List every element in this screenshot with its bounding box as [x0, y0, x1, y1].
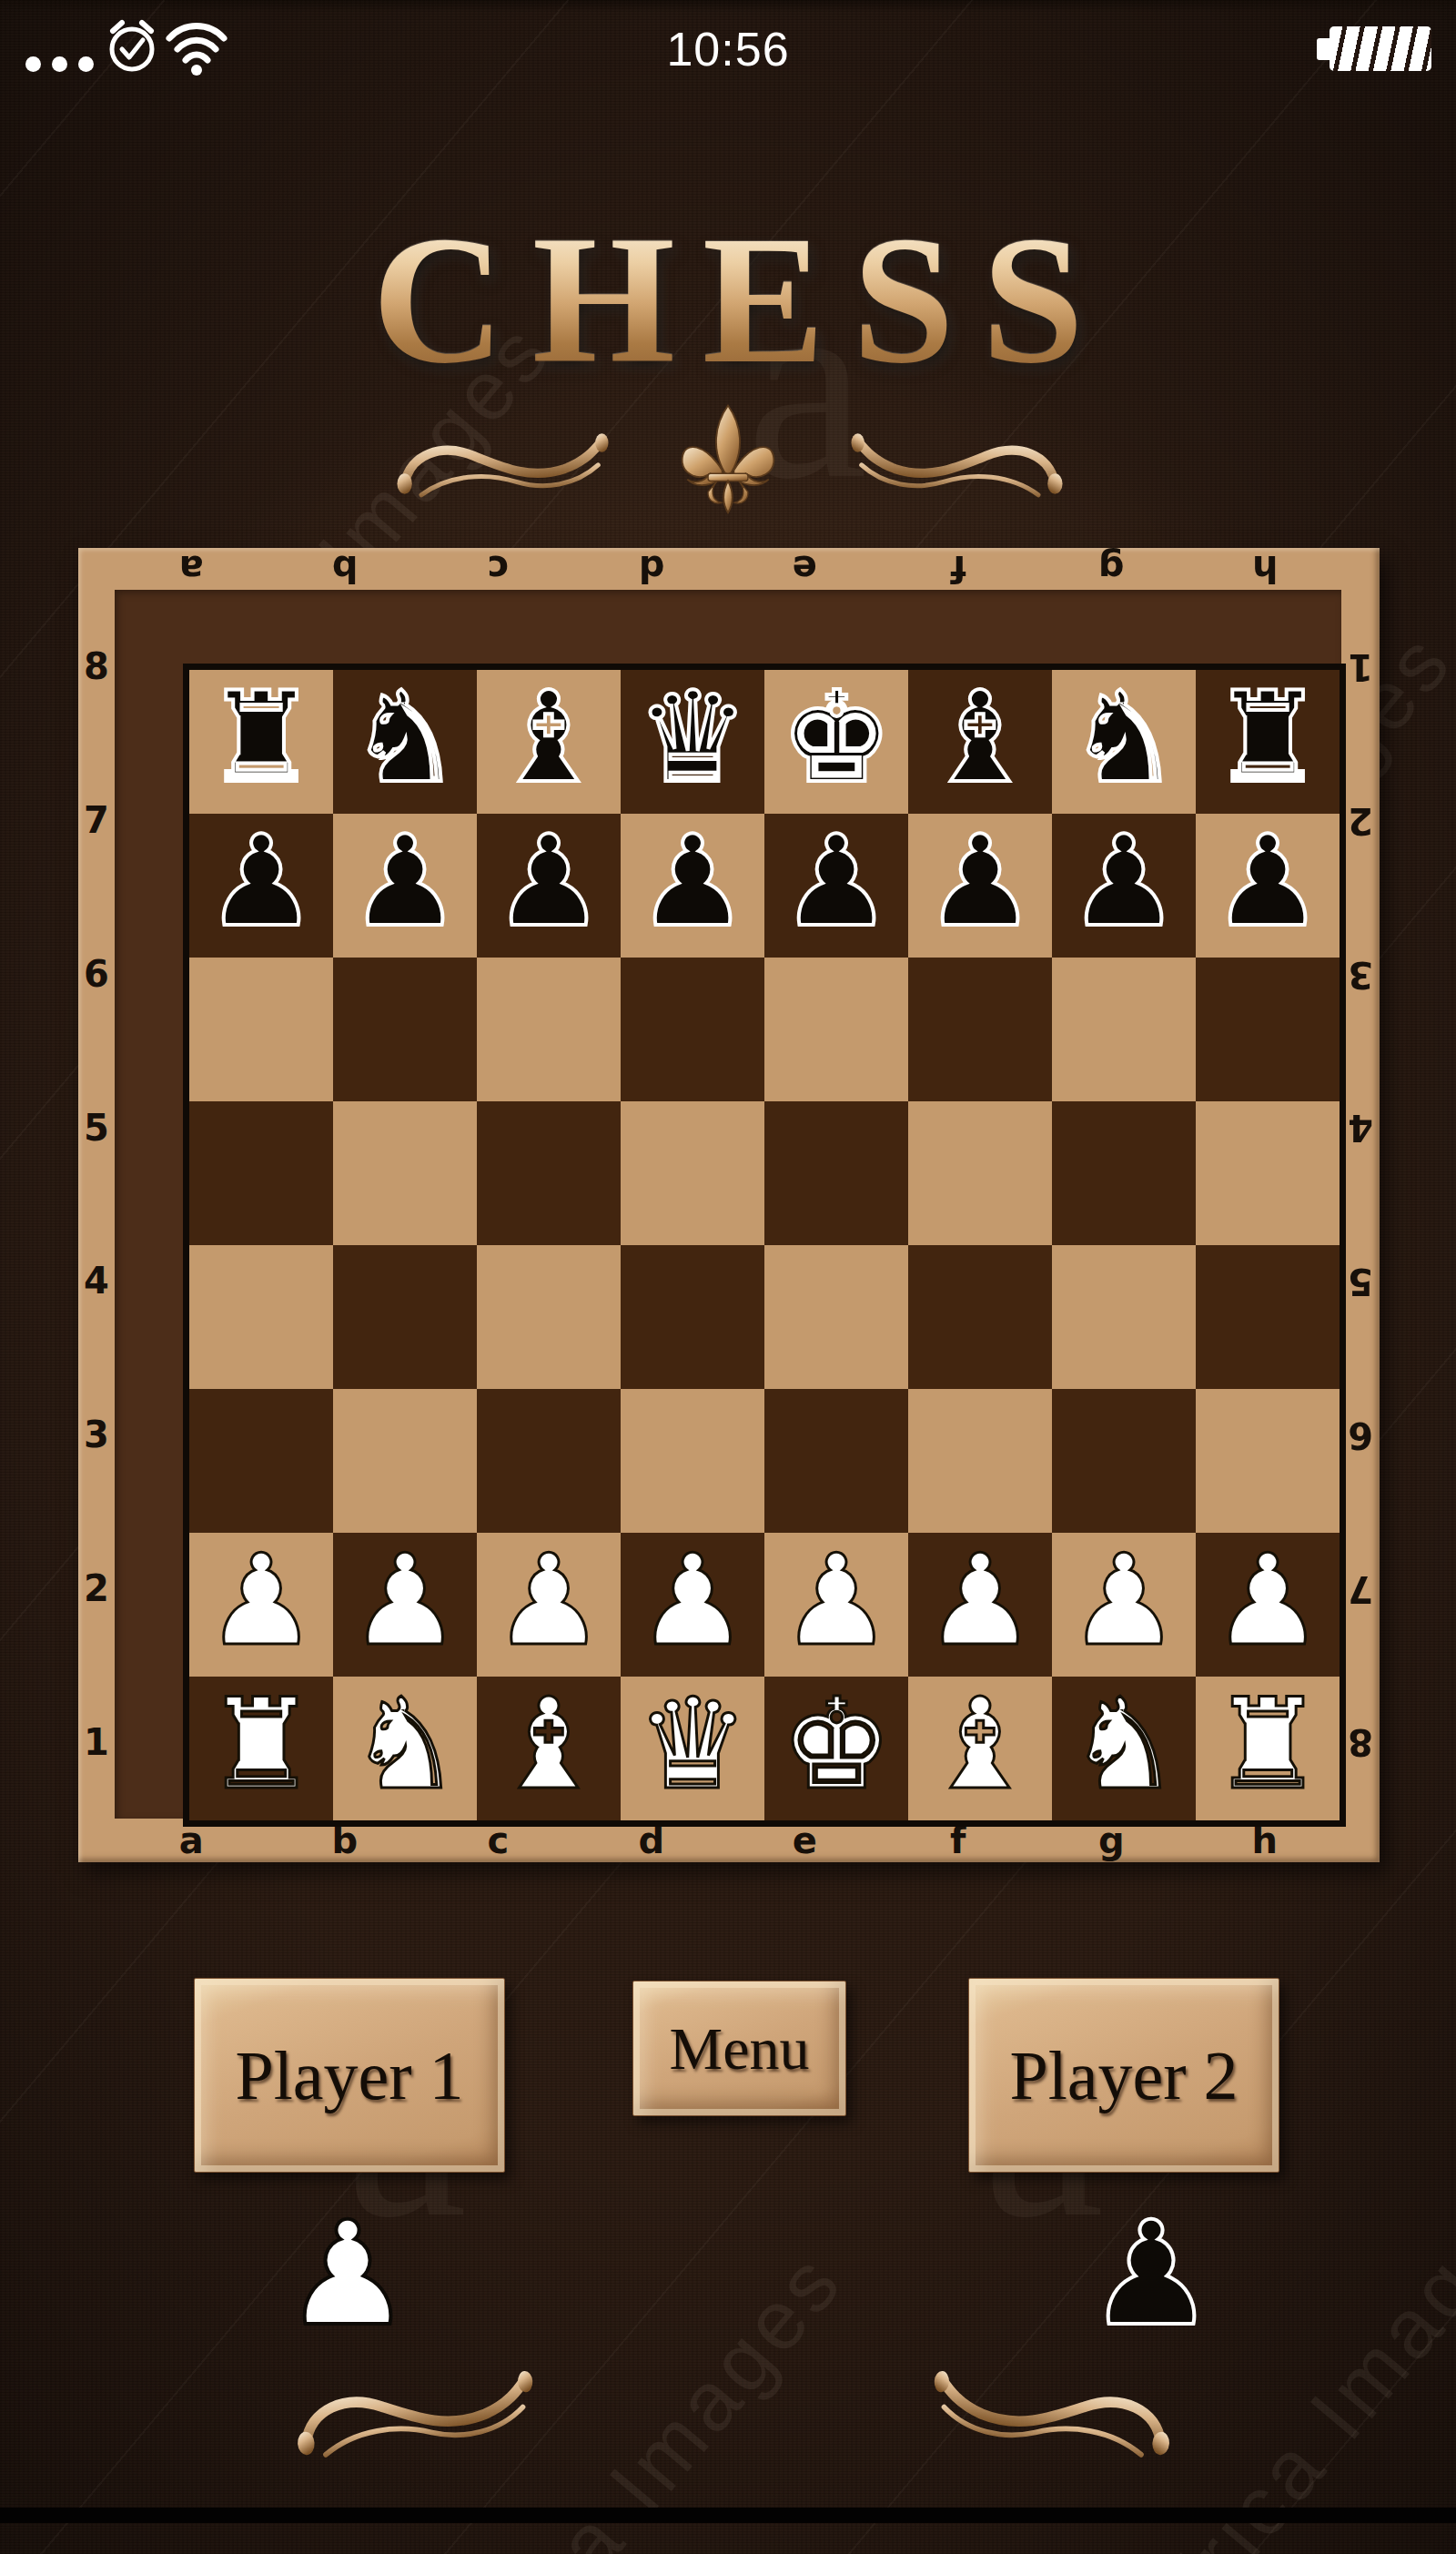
piece-black-pawn[interactable]: ♟ — [1211, 819, 1324, 945]
square-c7[interactable]: ♟ — [477, 814, 621, 958]
ornament-row — [0, 399, 1456, 535]
square-e8[interactable]: ♚ — [764, 670, 908, 814]
square-f4[interactable] — [908, 1245, 1052, 1389]
piece-black-pawn[interactable]: ♟ — [205, 819, 318, 945]
rank-label-left-5: 5 — [78, 1050, 115, 1204]
square-f6[interactable] — [908, 958, 1052, 1101]
file-label-top-a: a — [115, 548, 268, 590]
player1-white-pawn-icon: ♟ — [275, 2192, 420, 2356]
square-a3[interactable] — [189, 1389, 333, 1533]
piece-black-rook[interactable]: ♜ — [205, 675, 318, 801]
piece-black-bishop[interactable]: ♝ — [492, 675, 605, 801]
square-e7[interactable]: ♟ — [764, 814, 908, 958]
rank-label-right-2: 2 — [1341, 744, 1380, 897]
piece-white-pawn[interactable]: ♟ — [1067, 1538, 1180, 1664]
file-label-top-g: g — [1035, 548, 1188, 590]
square-d1[interactable]: ♛ — [621, 1677, 764, 1820]
square-d5[interactable] — [621, 1101, 764, 1245]
square-e4[interactable] — [764, 1245, 908, 1389]
square-d8[interactable]: ♛ — [621, 670, 764, 814]
file-label-top-c: c — [421, 548, 575, 590]
square-d7[interactable]: ♟ — [621, 814, 764, 958]
piece-white-pawn[interactable]: ♟ — [924, 1538, 1036, 1664]
piece-white-knight[interactable]: ♞ — [1067, 1682, 1180, 1808]
square-e6[interactable] — [764, 958, 908, 1101]
square-c3[interactable] — [477, 1389, 621, 1533]
piece-white-bishop[interactable]: ♝ — [924, 1682, 1036, 1808]
piece-black-pawn[interactable]: ♟ — [492, 819, 605, 945]
piece-black-bishop[interactable]: ♝ — [924, 675, 1036, 801]
square-b4[interactable] — [333, 1245, 477, 1389]
battery-icon — [1330, 26, 1431, 71]
square-c5[interactable] — [477, 1101, 621, 1245]
file-label-top-e: e — [728, 548, 882, 590]
fleur-de-lis-icon — [672, 400, 784, 533]
piece-white-pawn[interactable]: ♟ — [492, 1538, 605, 1664]
square-f7[interactable]: ♟ — [908, 814, 1052, 958]
flourish-right-icon — [839, 424, 1074, 508]
piece-white-pawn[interactable]: ♟ — [205, 1538, 318, 1664]
piece-black-knight[interactable]: ♞ — [1067, 675, 1180, 801]
square-c4[interactable] — [477, 1245, 621, 1389]
rank-label-right-4: 4 — [1341, 1050, 1380, 1204]
square-a4[interactable] — [189, 1245, 333, 1389]
square-e3[interactable] — [764, 1389, 908, 1533]
square-h8[interactable]: ♜ — [1196, 670, 1340, 814]
piece-white-queen[interactable]: ♛ — [636, 1682, 749, 1808]
square-a7[interactable]: ♟ — [189, 814, 333, 958]
square-h1[interactable]: ♜ — [1196, 1677, 1340, 1820]
rank-label-right-1: 1 — [1341, 590, 1380, 744]
square-g2[interactable]: ♟ — [1052, 1533, 1196, 1677]
ranks-labels-right: 12345678 — [1341, 590, 1380, 1819]
square-d6[interactable] — [621, 958, 764, 1101]
piece-black-knight[interactable]: ♞ — [349, 675, 461, 801]
rank-label-left-3: 3 — [78, 1358, 115, 1512]
square-g5[interactable] — [1052, 1101, 1196, 1245]
board-squares: ♜♞♝♛♚♝♞♜♟♟♟♟♟♟♟♟♟♟♟♟♟♟♟♟♜♞♝♛♚♝♞♜ — [189, 670, 1340, 1820]
rank-label-right-8: 8 — [1341, 1665, 1380, 1819]
square-g1[interactable]: ♞ — [1052, 1677, 1196, 1820]
square-h7[interactable]: ♟ — [1196, 814, 1340, 958]
app-screen: Africa Images Africa Images Africa Image… — [0, 0, 1456, 2554]
square-h2[interactable]: ♟ — [1196, 1533, 1340, 1677]
piece-black-rook[interactable]: ♜ — [1211, 675, 1324, 801]
square-g3[interactable] — [1052, 1389, 1196, 1533]
square-f3[interactable] — [908, 1389, 1052, 1533]
files-labels-top: abcdefgh — [115, 548, 1341, 590]
board-squares-frame: ♜♞♝♛♚♝♞♜♟♟♟♟♟♟♟♟♟♟♟♟♟♟♟♟♜♞♝♛♚♝♞♜ — [183, 664, 1346, 1827]
flourish-bottom-left-icon — [263, 2358, 569, 2474]
player2-button[interactable]: Player 2 — [968, 1978, 1279, 2173]
square-h5[interactable] — [1196, 1101, 1340, 1245]
square-f5[interactable] — [908, 1101, 1052, 1245]
square-a5[interactable] — [189, 1101, 333, 1245]
square-b6[interactable] — [333, 958, 477, 1101]
piece-white-knight[interactable]: ♞ — [349, 1682, 461, 1808]
rank-label-left-8: 8 — [78, 590, 115, 744]
square-b2[interactable]: ♟ — [333, 1533, 477, 1677]
rank-label-left-4: 4 — [78, 1204, 115, 1358]
chess-board: abcdefgh abcdefgh 87654321 12345678 ♜♞♝♛… — [78, 548, 1380, 1862]
file-label-top-h: h — [1188, 548, 1342, 590]
square-d4[interactable] — [621, 1245, 764, 1389]
piece-white-rook[interactable]: ♜ — [1211, 1682, 1324, 1808]
square-h3[interactable] — [1196, 1389, 1340, 1533]
flourish-left-icon — [386, 424, 621, 508]
status-bar: 10:56 — [0, 0, 1456, 91]
square-e5[interactable] — [764, 1101, 908, 1245]
square-e1[interactable]: ♚ — [764, 1677, 908, 1820]
menu-button[interactable]: Menu — [632, 1981, 846, 2116]
square-c1[interactable]: ♝ — [477, 1677, 621, 1820]
square-b8[interactable]: ♞ — [333, 670, 477, 814]
rank-label-right-6: 6 — [1341, 1358, 1380, 1512]
square-f8[interactable]: ♝ — [908, 670, 1052, 814]
rank-label-left-1: 1 — [78, 1665, 115, 1819]
piece-black-pawn[interactable]: ♟ — [636, 819, 749, 945]
rank-label-right-3: 3 — [1341, 897, 1380, 1051]
battery-icon — [1317, 38, 1330, 60]
square-g8[interactable]: ♞ — [1052, 670, 1196, 814]
rank-label-right-5: 5 — [1341, 1204, 1380, 1358]
square-c6[interactable] — [477, 958, 621, 1101]
piece-white-pawn[interactable]: ♟ — [1211, 1538, 1324, 1664]
rank-label-left-2: 2 — [78, 1512, 115, 1666]
square-g7[interactable]: ♟ — [1052, 814, 1196, 958]
piece-black-pawn[interactable]: ♟ — [924, 819, 1036, 945]
piece-white-pawn[interactable]: ♟ — [349, 1538, 461, 1664]
square-h4[interactable] — [1196, 1245, 1340, 1389]
app-title: CHESS — [0, 208, 1456, 391]
square-c2[interactable]: ♟ — [477, 1533, 621, 1677]
square-b3[interactable] — [333, 1389, 477, 1533]
square-f2[interactable]: ♟ — [908, 1533, 1052, 1677]
square-a2[interactable]: ♟ — [189, 1533, 333, 1677]
rank-label-left-7: 7 — [78, 744, 115, 897]
player2-black-pawn-icon: ♟ — [1078, 2192, 1224, 2356]
square-d3[interactable] — [621, 1389, 764, 1533]
file-label-top-b: b — [268, 548, 422, 590]
piece-white-king[interactable]: ♚ — [780, 1682, 893, 1808]
square-g4[interactable] — [1052, 1245, 1196, 1389]
clock-time: 10:56 — [0, 22, 1456, 76]
piece-white-pawn[interactable]: ♟ — [780, 1538, 893, 1664]
square-b1[interactable]: ♞ — [333, 1677, 477, 1820]
square-c8[interactable]: ♝ — [477, 670, 621, 814]
square-g6[interactable] — [1052, 958, 1196, 1101]
square-b7[interactable]: ♟ — [333, 814, 477, 958]
piece-black-pawn[interactable]: ♟ — [780, 819, 893, 945]
bottom-edge-bar — [0, 2508, 1456, 2523]
piece-black-pawn[interactable]: ♟ — [349, 819, 461, 945]
square-b5[interactable] — [333, 1101, 477, 1245]
piece-black-pawn[interactable]: ♟ — [1067, 819, 1180, 945]
square-a1[interactable]: ♜ — [189, 1677, 333, 1820]
square-a6[interactable] — [189, 958, 333, 1101]
square-a8[interactable]: ♜ — [189, 670, 333, 814]
rank-label-right-7: 7 — [1341, 1512, 1380, 1666]
piece-white-bishop[interactable]: ♝ — [492, 1682, 605, 1808]
square-e2[interactable]: ♟ — [764, 1533, 908, 1677]
ranks-labels-left: 87654321 — [78, 590, 115, 1819]
square-d2[interactable]: ♟ — [621, 1533, 764, 1677]
file-label-top-d: d — [575, 548, 729, 590]
piece-black-king[interactable]: ♚ — [780, 675, 893, 801]
file-label-top-f: f — [882, 548, 1036, 590]
board-inner-frame: ♜♞♝♛♚♝♞♜♟♟♟♟♟♟♟♟♟♟♟♟♟♟♟♟♜♞♝♛♚♝♞♜ — [115, 590, 1341, 1819]
piece-black-queen[interactable]: ♛ — [636, 675, 749, 801]
flourish-bottom-right-icon — [898, 2358, 1204, 2474]
piece-white-pawn[interactable]: ♟ — [636, 1538, 749, 1664]
square-f1[interactable]: ♝ — [908, 1677, 1052, 1820]
square-h6[interactable] — [1196, 958, 1340, 1101]
rank-label-left-6: 6 — [78, 897, 115, 1051]
player1-button[interactable]: Player 1 — [194, 1978, 505, 2173]
piece-white-rook[interactable]: ♜ — [205, 1682, 318, 1808]
